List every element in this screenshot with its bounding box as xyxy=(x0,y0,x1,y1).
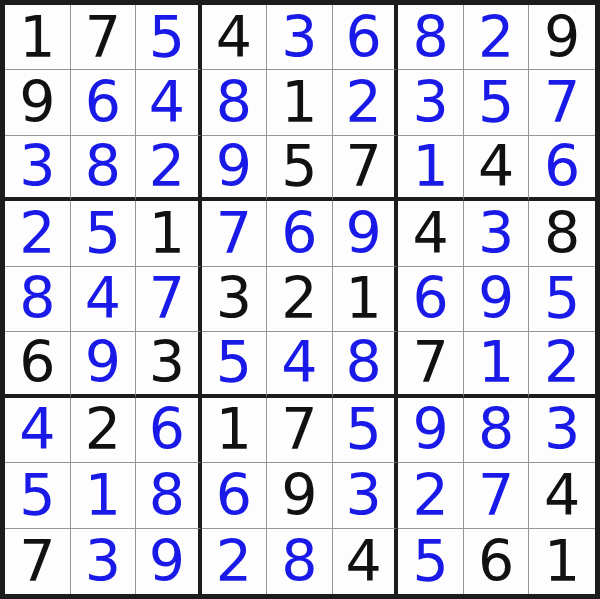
cell-r1c6[interactable]: 6 xyxy=(333,5,399,70)
given-digit: 4 xyxy=(478,138,514,195)
given-digit: 2 xyxy=(281,270,317,327)
cell-r1c8[interactable]: 2 xyxy=(464,5,530,70)
given-digit: 1 xyxy=(544,533,580,590)
filled-digit: 9 xyxy=(85,334,121,391)
cell-r9c7[interactable]: 5 xyxy=(398,529,464,594)
filled-digit: 3 xyxy=(85,533,121,590)
filled-digit: 1 xyxy=(478,334,514,391)
cell-r8c4[interactable]: 6 xyxy=(202,463,268,528)
cell-r2c5[interactable]: 1 xyxy=(267,70,333,135)
filled-digit: 2 xyxy=(544,334,580,391)
given-digit: 7 xyxy=(85,9,121,66)
filled-digit: 5 xyxy=(149,9,185,66)
cell-r4c4[interactable]: 7 xyxy=(202,201,268,266)
cell-r4c9[interactable]: 8 xyxy=(529,201,595,266)
cell-r8c2[interactable]: 1 xyxy=(71,463,137,528)
given-digit: 7 xyxy=(345,138,381,195)
cell-r5c7[interactable]: 6 xyxy=(398,267,464,332)
cell-r1c1[interactable]: 1 xyxy=(5,5,71,70)
cell-r2c7[interactable]: 3 xyxy=(398,70,464,135)
cell-r3c9[interactable]: 6 xyxy=(529,136,595,201)
cell-r8c8[interactable]: 7 xyxy=(464,463,530,528)
given-digit: 4 xyxy=(345,533,381,590)
filled-digit: 6 xyxy=(281,205,317,262)
cell-r9c8[interactable]: 6 xyxy=(464,529,530,594)
filled-digit: 5 xyxy=(345,401,381,458)
cell-r2c1[interactable]: 9 xyxy=(5,70,71,135)
cell-r9c9[interactable]: 1 xyxy=(529,529,595,594)
filled-digit: 3 xyxy=(281,9,317,66)
given-digit: 9 xyxy=(544,9,580,66)
filled-digit: 2 xyxy=(412,467,448,524)
filled-digit: 6 xyxy=(544,138,580,195)
cell-r6c1[interactable]: 6 xyxy=(5,332,71,397)
cell-r7c2[interactable]: 2 xyxy=(71,398,137,463)
cell-r6c9[interactable]: 2 xyxy=(529,332,595,397)
cell-r3c1[interactable]: 3 xyxy=(5,136,71,201)
cell-r7c7[interactable]: 9 xyxy=(398,398,464,463)
cell-r6c4[interactable]: 5 xyxy=(202,332,268,397)
cell-r7c9[interactable]: 3 xyxy=(529,398,595,463)
cell-r1c2[interactable]: 7 xyxy=(71,5,137,70)
cell-r5c2[interactable]: 4 xyxy=(71,267,137,332)
filled-digit: 9 xyxy=(478,270,514,327)
cell-r9c5[interactable]: 8 xyxy=(267,529,333,594)
given-digit: 2 xyxy=(85,401,121,458)
given-digit: 1 xyxy=(216,401,252,458)
cell-r1c3[interactable]: 5 xyxy=(136,5,202,70)
filled-digit: 2 xyxy=(216,533,252,590)
cell-r7c3[interactable]: 6 xyxy=(136,398,202,463)
cell-r9c3[interactable]: 9 xyxy=(136,529,202,594)
filled-digit: 3 xyxy=(19,138,55,195)
cell-r4c3[interactable]: 1 xyxy=(136,201,202,266)
filled-digit: 5 xyxy=(544,270,580,327)
filled-digit: 7 xyxy=(544,74,580,131)
cell-r6c7[interactable]: 7 xyxy=(398,332,464,397)
filled-digit: 8 xyxy=(281,533,317,590)
sudoku-board: 1754368299648123573829571462517694388473… xyxy=(0,0,600,599)
cell-r8c1[interactable]: 5 xyxy=(5,463,71,528)
given-digit: 6 xyxy=(478,533,514,590)
given-digit: 7 xyxy=(281,401,317,458)
filled-digit: 3 xyxy=(345,467,381,524)
filled-digit: 8 xyxy=(19,270,55,327)
filled-digit: 9 xyxy=(216,138,252,195)
filled-digit: 8 xyxy=(85,138,121,195)
filled-digit: 8 xyxy=(149,467,185,524)
cell-r1c5[interactable]: 3 xyxy=(267,5,333,70)
cell-r3c2[interactable]: 8 xyxy=(71,136,137,201)
given-digit: 1 xyxy=(281,74,317,131)
given-digit: 3 xyxy=(216,270,252,327)
cell-r7c4[interactable]: 1 xyxy=(202,398,268,463)
cell-r5c3[interactable]: 7 xyxy=(136,267,202,332)
cell-r6c6[interactable]: 8 xyxy=(333,332,399,397)
filled-digit: 5 xyxy=(412,533,448,590)
filled-digit: 4 xyxy=(85,270,121,327)
given-digit: 1 xyxy=(345,270,381,327)
cell-r9c6[interactable]: 4 xyxy=(333,529,399,594)
given-digit: 6 xyxy=(19,334,55,391)
cell-r4c6[interactable]: 9 xyxy=(333,201,399,266)
cell-r7c5[interactable]: 7 xyxy=(267,398,333,463)
filled-digit: 7 xyxy=(478,467,514,524)
filled-digit: 9 xyxy=(412,401,448,458)
cell-r3c6[interactable]: 7 xyxy=(333,136,399,201)
cell-r9c2[interactable]: 3 xyxy=(71,529,137,594)
filled-digit: 6 xyxy=(412,270,448,327)
filled-digit: 4 xyxy=(19,401,55,458)
cell-r7c1[interactable]: 4 xyxy=(5,398,71,463)
filled-digit: 8 xyxy=(412,9,448,66)
cell-r5c9[interactable]: 5 xyxy=(529,267,595,332)
filled-digit: 6 xyxy=(345,9,381,66)
filled-digit: 1 xyxy=(412,138,448,195)
cell-r6c3[interactable]: 3 xyxy=(136,332,202,397)
given-digit: 7 xyxy=(412,334,448,391)
given-digit: 7 xyxy=(19,533,55,590)
cell-r8c7[interactable]: 2 xyxy=(398,463,464,528)
given-digit: 4 xyxy=(216,9,252,66)
cell-r1c4[interactable]: 4 xyxy=(202,5,268,70)
cell-r8c6[interactable]: 3 xyxy=(333,463,399,528)
cell-r5c4[interactable]: 3 xyxy=(202,267,268,332)
filled-digit: 9 xyxy=(345,205,381,262)
filled-digit: 4 xyxy=(149,74,185,131)
cell-r2c6[interactable]: 2 xyxy=(333,70,399,135)
cell-r9c4[interactable]: 2 xyxy=(202,529,268,594)
cell-r3c8[interactable]: 4 xyxy=(464,136,530,201)
filled-digit: 1 xyxy=(85,467,121,524)
filled-digit: 5 xyxy=(216,334,252,391)
cell-r6c2[interactable]: 9 xyxy=(71,332,137,397)
cell-r4c1[interactable]: 2 xyxy=(5,201,71,266)
cell-r9c1[interactable]: 7 xyxy=(5,529,71,594)
cell-r4c5[interactable]: 6 xyxy=(267,201,333,266)
cell-r3c4[interactable]: 9 xyxy=(202,136,268,201)
cell-r3c5[interactable]: 5 xyxy=(267,136,333,201)
filled-digit: 3 xyxy=(478,205,514,262)
cell-r7c6[interactable]: 5 xyxy=(333,398,399,463)
cell-r7c8[interactable]: 8 xyxy=(464,398,530,463)
given-digit: 8 xyxy=(544,205,580,262)
filled-digit: 6 xyxy=(85,74,121,131)
cell-r2c9[interactable]: 7 xyxy=(529,70,595,135)
cell-r3c3[interactable]: 2 xyxy=(136,136,202,201)
filled-digit: 5 xyxy=(19,467,55,524)
cell-r8c5[interactable]: 9 xyxy=(267,463,333,528)
cell-r1c7[interactable]: 8 xyxy=(398,5,464,70)
given-digit: 1 xyxy=(149,205,185,262)
cell-r3c7[interactable]: 1 xyxy=(398,136,464,201)
cell-r4c8[interactable]: 3 xyxy=(464,201,530,266)
cell-r6c5[interactable]: 4 xyxy=(267,332,333,397)
cell-r8c3[interactable]: 8 xyxy=(136,463,202,528)
filled-digit: 7 xyxy=(149,270,185,327)
cell-r1c9[interactable]: 9 xyxy=(529,5,595,70)
filled-digit: 2 xyxy=(149,138,185,195)
given-digit: 9 xyxy=(281,467,317,524)
given-digit: 4 xyxy=(412,205,448,262)
cell-r6c8[interactable]: 1 xyxy=(464,332,530,397)
filled-digit: 4 xyxy=(281,334,317,391)
cell-r2c2[interactable]: 6 xyxy=(71,70,137,135)
cell-r4c2[interactable]: 5 xyxy=(71,201,137,266)
cell-r5c1[interactable]: 8 xyxy=(5,267,71,332)
cell-r2c8[interactable]: 5 xyxy=(464,70,530,135)
filled-digit: 9 xyxy=(149,533,185,590)
cell-r5c8[interactable]: 9 xyxy=(464,267,530,332)
cell-r2c4[interactable]: 8 xyxy=(202,70,268,135)
filled-digit: 8 xyxy=(478,401,514,458)
given-digit: 4 xyxy=(544,467,580,524)
filled-digit: 5 xyxy=(478,74,514,131)
cell-r4c7[interactable]: 4 xyxy=(398,201,464,266)
filled-digit: 7 xyxy=(216,205,252,262)
filled-digit: 8 xyxy=(345,334,381,391)
filled-digit: 8 xyxy=(216,74,252,131)
filled-digit: 3 xyxy=(412,74,448,131)
cell-r2c3[interactable]: 4 xyxy=(136,70,202,135)
filled-digit: 3 xyxy=(544,401,580,458)
given-digit: 5 xyxy=(281,138,317,195)
filled-digit: 2 xyxy=(478,9,514,66)
cell-r5c6[interactable]: 1 xyxy=(333,267,399,332)
filled-digit: 6 xyxy=(216,467,252,524)
filled-digit: 2 xyxy=(19,205,55,262)
given-digit: 3 xyxy=(149,334,185,391)
filled-digit: 2 xyxy=(345,74,381,131)
filled-digit: 6 xyxy=(149,401,185,458)
cell-r8c9[interactable]: 4 xyxy=(529,463,595,528)
filled-digit: 5 xyxy=(85,205,121,262)
given-digit: 1 xyxy=(19,9,55,66)
given-digit: 9 xyxy=(19,74,55,131)
cell-r5c5[interactable]: 2 xyxy=(267,267,333,332)
